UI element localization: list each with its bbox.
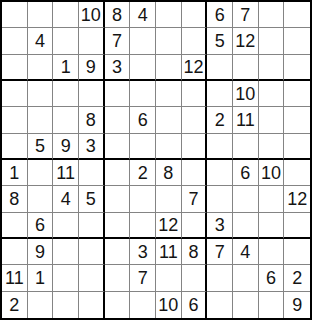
cell-r9c5[interactable] [105,213,131,239]
cell-r8c8[interactable]: 7 [182,186,208,212]
cell-r9c11[interactable] [259,213,285,239]
cell-r12c11[interactable] [259,292,285,318]
cell-r4c4[interactable] [79,81,105,107]
cell-r3c3[interactable]: 1 [53,55,79,81]
cell-r11c10[interactable] [233,265,259,291]
cell-r1c7[interactable] [156,2,182,28]
cell-r5c10[interactable]: 11 [233,107,259,133]
given-number: 2 [292,269,302,287]
cell-r4c11[interactable] [259,81,285,107]
cell-r12c9[interactable] [207,292,233,318]
cell-r12c10[interactable] [233,292,259,318]
given-number: 7 [138,269,148,287]
cell-r1c3[interactable] [53,2,79,28]
cell-r6c2[interactable]: 5 [28,134,54,160]
cell-r9c2[interactable]: 6 [28,213,54,239]
given-number: 1 [9,164,19,182]
given-number: 4 [138,6,148,24]
cell-r8c10[interactable] [233,186,259,212]
given-number: 11 [236,111,255,129]
given-number: 6 [188,296,198,314]
cell-r9c4[interactable] [79,213,105,239]
given-number: 12 [287,190,307,208]
cell-r2c1[interactable] [2,28,28,54]
given-number: 1 [61,58,71,76]
given-number: 10 [158,296,178,314]
cell-r8c9[interactable] [207,186,233,212]
cell-r12c3[interactable] [53,292,79,318]
given-number: 8 [9,190,19,208]
cell-r3c7[interactable] [156,55,182,81]
cell-r2c2[interactable]: 4 [28,28,54,54]
cell-r3c6[interactable] [130,55,156,81]
cell-r5c8[interactable] [182,107,208,133]
cell-r2c5[interactable]: 7 [105,28,131,54]
cell-r3c11[interactable] [259,55,285,81]
cell-r7c6[interactable]: 2 [130,160,156,186]
given-number: 7 [215,243,225,261]
given-number: 9 [292,296,302,314]
cell-r10c4[interactable] [79,239,105,265]
cell-r2c6[interactable] [130,28,156,54]
cell-r2c4[interactable] [79,28,105,54]
given-number: 5 [86,190,96,208]
cell-r11c8[interactable] [182,265,208,291]
cell-r3c8[interactable]: 12 [182,55,208,81]
cell-r1c6[interactable]: 4 [130,2,156,28]
cell-r3c12[interactable] [284,55,310,81]
given-number: 10 [81,6,101,24]
cell-r10c5[interactable] [105,239,131,265]
cell-r10c7[interactable]: 11 [156,239,182,265]
given-number: 9 [61,137,71,155]
cell-r1c4[interactable]: 10 [79,2,105,28]
cell-r7c1[interactable]: 1 [2,160,28,186]
cell-r1c1[interactable] [2,2,28,28]
cell-r8c5[interactable] [105,186,131,212]
cell-r6c11[interactable] [259,134,285,160]
given-number: 4 [240,243,250,261]
cell-r11c2[interactable]: 1 [28,265,54,291]
cell-r7c9[interactable] [207,160,233,186]
cell-r1c9[interactable]: 6 [207,2,233,28]
cell-r11c5[interactable] [105,265,131,291]
cell-r5c9[interactable]: 2 [207,107,233,133]
given-number: 1 [35,269,45,287]
cell-r1c11[interactable] [259,2,285,28]
cell-r4c2[interactable] [28,81,54,107]
cell-r8c4[interactable]: 5 [79,186,105,212]
cell-r6c3[interactable]: 9 [53,134,79,160]
cell-r6c5[interactable] [105,134,131,160]
cell-r2c3[interactable] [53,28,79,54]
cell-r7c5[interactable] [105,160,131,186]
cell-r2c11[interactable] [259,28,285,54]
cell-r3c10[interactable] [233,55,259,81]
cell-r10c9[interactable]: 7 [207,239,233,265]
cell-r4c12[interactable] [284,81,310,107]
cell-r6c6[interactable] [130,134,156,160]
given-number: 8 [112,6,122,24]
cell-r11c12[interactable]: 2 [284,265,310,291]
given-number: 2 [138,164,148,182]
given-number: 12 [158,216,178,234]
cell-r7c3[interactable]: 11 [53,160,79,186]
cell-r10c11[interactable] [259,239,285,265]
given-number: 2 [9,296,19,314]
cell-r3c2[interactable] [28,55,54,81]
cell-r12c2[interactable] [28,292,54,318]
cell-r5c12[interactable] [284,107,310,133]
cell-r11c1[interactable]: 11 [2,265,28,291]
cell-r3c1[interactable] [2,55,28,81]
cell-r7c11[interactable]: 10 [259,160,285,186]
cell-r9c12[interactable] [284,213,310,239]
given-number: 3 [112,58,122,76]
given-number: 7 [112,32,122,50]
cell-r10c8[interactable]: 8 [182,239,208,265]
given-number: 4 [61,190,71,208]
given-number: 6 [35,216,45,234]
cell-r8c3[interactable]: 4 [53,186,79,212]
cell-r1c8[interactable] [182,2,208,28]
cell-r2c7[interactable] [156,28,182,54]
cell-r4c8[interactable] [182,81,208,107]
cell-r1c12[interactable] [284,2,310,28]
cell-r5c7[interactable] [156,107,182,133]
given-number: 5 [35,137,45,155]
cell-r1c10[interactable]: 7 [233,2,259,28]
cell-r4c3[interactable] [53,81,79,107]
cell-r7c7[interactable]: 8 [156,160,182,186]
cell-r10c6[interactable]: 3 [130,239,156,265]
cell-r9c9[interactable]: 3 [207,213,233,239]
given-number: 7 [188,190,198,208]
cell-r5c1[interactable] [2,107,28,133]
cell-r3c5[interactable]: 3 [105,55,131,81]
cell-r11c3[interactable] [53,265,79,291]
cell-r11c4[interactable] [79,265,105,291]
cell-r1c2[interactable] [28,2,54,28]
given-number: 10 [261,164,281,182]
given-number: 8 [163,164,173,182]
given-number: 8 [188,243,198,261]
sudoku-board: 1084674751219312108621159311128610845712… [0,0,312,320]
cell-r12c6[interactable] [130,292,156,318]
cell-r11c9[interactable] [207,265,233,291]
cell-r7c2[interactable] [28,160,54,186]
cell-r10c2[interactable]: 9 [28,239,54,265]
given-number: 9 [35,243,45,261]
cell-r1c5[interactable]: 8 [105,2,131,28]
cell-r8c7[interactable] [156,186,182,212]
cell-r6c12[interactable] [284,134,310,160]
given-number: 6 [266,269,276,287]
cell-r4c6[interactable] [130,81,156,107]
cell-r10c12[interactable] [284,239,310,265]
cell-r11c11[interactable]: 6 [259,265,285,291]
cell-r7c12[interactable] [284,160,310,186]
cell-r12c8[interactable]: 6 [182,292,208,318]
cell-r8c11[interactable] [259,186,285,212]
cell-r5c5[interactable] [105,107,131,133]
cell-r4c10[interactable]: 10 [233,81,259,107]
cell-r7c8[interactable] [182,160,208,186]
given-number: 5 [215,32,225,50]
cell-r9c10[interactable] [233,213,259,239]
given-number: 4 [35,32,45,50]
given-number: 11 [159,243,178,261]
cell-r8c2[interactable] [28,186,54,212]
cell-r6c9[interactable] [207,134,233,160]
cell-r11c7[interactable] [156,265,182,291]
given-number: 10 [235,85,255,103]
cell-r9c8[interactable] [182,213,208,239]
cell-r5c11[interactable] [259,107,285,133]
cell-r6c10[interactable] [233,134,259,160]
cell-r12c7[interactable]: 10 [156,292,182,318]
cell-r12c4[interactable] [79,292,105,318]
given-number: 3 [86,137,96,155]
cell-r12c1[interactable]: 2 [2,292,28,318]
cell-r7c10[interactable]: 6 [233,160,259,186]
cell-r5c2[interactable] [28,107,54,133]
cell-r3c9[interactable] [207,55,233,81]
cell-r6c8[interactable] [182,134,208,160]
cell-r5c6[interactable]: 6 [130,107,156,133]
cell-r5c3[interactable] [53,107,79,133]
cell-r12c12[interactable]: 9 [284,292,310,318]
cell-r4c1[interactable] [2,81,28,107]
given-number: 8 [86,111,96,129]
cell-r11c6[interactable]: 7 [130,265,156,291]
given-number: 6 [138,111,148,129]
cell-r7c4[interactable] [79,160,105,186]
cell-r10c3[interactable] [53,239,79,265]
cell-r4c9[interactable] [207,81,233,107]
cell-r8c6[interactable] [130,186,156,212]
cell-r4c7[interactable] [156,81,182,107]
cell-r12c5[interactable] [105,292,131,318]
cell-r2c10[interactable]: 12 [233,28,259,54]
cell-r8c12[interactable]: 12 [284,186,310,212]
given-number: 3 [138,243,148,261]
cell-r6c4[interactable]: 3 [79,134,105,160]
cell-r8c1[interactable]: 8 [2,186,28,212]
cell-r4c5[interactable] [105,81,131,107]
given-number: 12 [183,58,203,76]
cell-r5c4[interactable]: 8 [79,107,105,133]
given-number: 9 [86,58,96,76]
given-number: 7 [240,6,250,24]
cell-r2c8[interactable] [182,28,208,54]
cell-r9c6[interactable] [130,213,156,239]
given-number: 6 [215,6,225,24]
given-number: 11 [56,164,75,182]
cell-r10c10[interactable]: 4 [233,239,259,265]
cell-r10c1[interactable] [2,239,28,265]
cell-r6c1[interactable] [2,134,28,160]
cell-r9c1[interactable] [2,213,28,239]
cell-r2c12[interactable] [284,28,310,54]
given-number: 11 [5,269,24,287]
given-number: 12 [235,32,255,50]
cell-r6c7[interactable] [156,134,182,160]
given-number: 3 [215,216,225,234]
given-number: 6 [240,164,250,182]
cell-r9c7[interactable]: 12 [156,213,182,239]
given-number: 2 [215,111,225,129]
cell-r3c4[interactable]: 9 [79,55,105,81]
cell-r2c9[interactable]: 5 [207,28,233,54]
cell-r9c3[interactable] [53,213,79,239]
